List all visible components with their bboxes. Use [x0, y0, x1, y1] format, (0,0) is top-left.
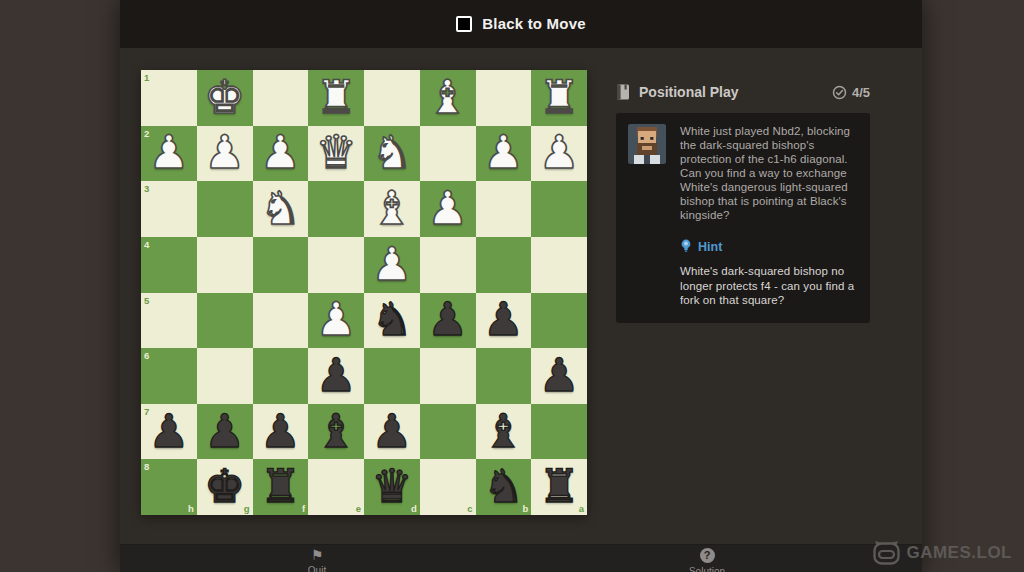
hint-button[interactable]: Hint [680, 239, 858, 254]
square-h3[interactable]: 3 [141, 181, 197, 237]
square-e7[interactable]: ♝ [308, 404, 364, 460]
games-lol-watermark: GAMES.LOL [873, 540, 1012, 565]
square-a3[interactable] [531, 181, 587, 237]
rank-label-4: 4 [144, 240, 149, 250]
piece-white-rook[interactable]: ♜ [539, 74, 580, 120]
piece-white-pawn[interactable]: ♟ [483, 129, 524, 175]
square-b5[interactable]: ♟ [476, 293, 532, 349]
piece-black-pawn[interactable]: ♟ [539, 352, 580, 398]
coach-avatar [628, 124, 666, 164]
piece-white-pawn[interactable]: ♟ [316, 296, 357, 342]
square-b4[interactable] [476, 237, 532, 293]
square-f1[interactable] [253, 70, 309, 126]
square-d7[interactable]: ♟ [364, 404, 420, 460]
square-g3[interactable] [197, 181, 253, 237]
piece-white-pawn[interactable]: ♟ [148, 129, 189, 175]
chess-board[interactable]: 1♚♜♝♜2♟♟♟♛♞♟♟3♞♝♟4♟5♟♞♟♟6♟♟7♟♟♟♝♟♝8hg♚f♜… [141, 70, 587, 515]
piece-white-bishop[interactable]: ♝ [371, 185, 412, 231]
square-d2[interactable]: ♞ [364, 126, 420, 182]
square-h8[interactable]: 8h [141, 459, 197, 515]
piece-black-knight[interactable]: ♞ [483, 463, 524, 509]
turn-indicator-bar: Black to Move [120, 0, 922, 47]
piece-black-pawn[interactable]: ♟ [148, 408, 189, 454]
square-g8[interactable]: g♚ [197, 459, 253, 515]
square-c8[interactable]: c [420, 459, 476, 515]
question-mark-icon: ? [700, 548, 715, 563]
rank-label-3: 3 [144, 184, 149, 194]
square-b3[interactable] [476, 181, 532, 237]
square-g7[interactable]: ♟ [197, 404, 253, 460]
square-h2[interactable]: 2♟ [141, 126, 197, 182]
square-g1[interactable]: ♚ [197, 70, 253, 126]
file-label-c: c [467, 504, 472, 514]
square-f2[interactable]: ♟ [253, 126, 309, 182]
square-d5[interactable]: ♞ [364, 293, 420, 349]
square-g6[interactable] [197, 348, 253, 404]
square-h6[interactable]: 6 [141, 348, 197, 404]
file-label-e: e [356, 504, 361, 514]
square-d3[interactable]: ♝ [364, 181, 420, 237]
square-h1[interactable]: 1 [141, 70, 197, 126]
square-d6[interactable] [364, 348, 420, 404]
rank-label-6: 6 [144, 351, 149, 361]
piece-white-pawn[interactable]: ♟ [204, 129, 245, 175]
games-lol-text: GAMES.LOL [906, 543, 1012, 563]
hint-label[interactable]: Hint [698, 240, 722, 254]
coach-message-text: White just played Nbd2, blocking the dar… [680, 124, 858, 222]
piece-black-bishop[interactable]: ♝ [316, 408, 357, 454]
square-d4[interactable]: ♟ [364, 237, 420, 293]
square-c3[interactable]: ♟ [420, 181, 476, 237]
piece-white-king[interactable]: ♚ [204, 74, 245, 120]
square-c5[interactable]: ♟ [420, 293, 476, 349]
square-c4[interactable] [420, 237, 476, 293]
piece-white-pawn[interactable]: ♟ [260, 129, 301, 175]
square-h7[interactable]: 7♟ [141, 404, 197, 460]
piece-black-queen[interactable]: ♛ [371, 463, 412, 509]
square-f7[interactable]: ♟ [253, 404, 309, 460]
quit-label: Quit [308, 565, 326, 572]
hint-text: White's dark-squared bishop no longer pr… [680, 264, 862, 308]
turn-label: Black to Move [482, 15, 585, 32]
square-a7[interactable] [531, 404, 587, 460]
app-window: Black to Move 1♚♜♝♜2♟♟♟♛♞♟♟3♞♝♟4♟5♟♞♟♟6♟… [120, 0, 922, 572]
piece-black-rook[interactable]: ♜ [260, 463, 301, 509]
square-a4[interactable] [531, 237, 587, 293]
piece-white-knight[interactable]: ♞ [371, 129, 412, 175]
piece-white-pawn[interactable]: ♟ [427, 185, 468, 231]
square-b6[interactable] [476, 348, 532, 404]
square-d1[interactable] [364, 70, 420, 126]
rank-label-8: 8 [144, 462, 149, 472]
square-b1[interactable] [476, 70, 532, 126]
lightbulb-icon [680, 239, 692, 254]
piece-black-bishop[interactable]: ♝ [483, 408, 524, 454]
piece-black-pawn[interactable]: ♟ [483, 296, 524, 342]
solution-label: Solution [689, 566, 725, 572]
file-label-f: f [302, 504, 305, 514]
square-d8[interactable]: d♛ [364, 459, 420, 515]
hint-section: Hint White's dark-squared bishop no long… [680, 239, 858, 308]
square-a8[interactable]: a♜ [531, 459, 587, 515]
lesson-book-icon [616, 84, 630, 100]
square-a5[interactable] [531, 293, 587, 349]
square-f3[interactable]: ♞ [253, 181, 309, 237]
piece-white-bishop[interactable]: ♝ [427, 74, 468, 120]
square-b8[interactable]: b♞ [476, 459, 532, 515]
rank-label-1: 1 [144, 73, 149, 83]
piece-white-knight[interactable]: ♞ [260, 185, 301, 231]
square-e3[interactable] [308, 181, 364, 237]
square-g4[interactable] [197, 237, 253, 293]
coach-message-card: White just played Nbd2, blocking the dar… [616, 113, 870, 323]
piece-black-rook[interactable]: ♜ [539, 463, 580, 509]
piece-black-pawn[interactable]: ♟ [427, 296, 468, 342]
quit-button[interactable]: ⚑ Quit [272, 548, 362, 572]
square-c7[interactable] [420, 404, 476, 460]
square-b2[interactable]: ♟ [476, 126, 532, 182]
square-f8[interactable]: f♜ [253, 459, 309, 515]
lesson-title: Positional Play [639, 84, 832, 100]
lesson-header: Positional Play 4/5 [616, 84, 870, 100]
piece-black-pawn[interactable]: ♟ [316, 352, 357, 398]
square-h4[interactable]: 4 [141, 237, 197, 293]
square-f5[interactable] [253, 293, 309, 349]
square-g2[interactable]: ♟ [197, 126, 253, 182]
square-e8[interactable]: e [308, 459, 364, 515]
lesson-progress-count: 4/5 [852, 85, 870, 100]
check-circle-icon [832, 85, 847, 100]
square-e1[interactable]: ♜ [308, 70, 364, 126]
piece-black-pawn[interactable]: ♟ [204, 408, 245, 454]
bottom-action-bar: ⚑ Quit ? Solution [120, 545, 922, 572]
piece-white-rook[interactable]: ♜ [316, 74, 357, 120]
square-h5[interactable]: 5 [141, 293, 197, 349]
file-label-h: h [188, 504, 194, 514]
square-c6[interactable] [420, 348, 476, 404]
games-lol-logo-icon [873, 540, 900, 565]
square-g5[interactable] [197, 293, 253, 349]
square-c2[interactable] [420, 126, 476, 182]
lesson-panel: Positional Play 4/5 [616, 84, 870, 323]
lesson-progress: 4/5 [832, 85, 870, 100]
flag-icon: ⚑ [311, 548, 324, 562]
square-a1[interactable]: ♜ [531, 70, 587, 126]
piece-white-queen[interactable]: ♛ [316, 129, 357, 175]
square-e2[interactable]: ♛ [308, 126, 364, 182]
piece-black-knight[interactable]: ♞ [371, 296, 412, 342]
square-c1[interactable]: ♝ [420, 70, 476, 126]
square-e4[interactable] [308, 237, 364, 293]
square-f6[interactable] [253, 348, 309, 404]
black-to-move-icon [456, 16, 472, 32]
piece-black-king[interactable]: ♚ [204, 463, 245, 509]
piece-black-pawn[interactable]: ♟ [260, 408, 301, 454]
square-a6[interactable]: ♟ [531, 348, 587, 404]
square-a2[interactable]: ♟ [531, 126, 587, 182]
square-f4[interactable] [253, 237, 309, 293]
solution-button[interactable]: ? Solution [662, 548, 752, 572]
square-b7[interactable]: ♝ [476, 404, 532, 460]
piece-white-pawn[interactable]: ♟ [539, 129, 580, 175]
rank-label-5: 5 [144, 296, 149, 306]
piece-white-pawn[interactable]: ♟ [371, 241, 412, 287]
square-e5[interactable]: ♟ [308, 293, 364, 349]
square-e6[interactable]: ♟ [308, 348, 364, 404]
piece-black-pawn[interactable]: ♟ [371, 408, 412, 454]
